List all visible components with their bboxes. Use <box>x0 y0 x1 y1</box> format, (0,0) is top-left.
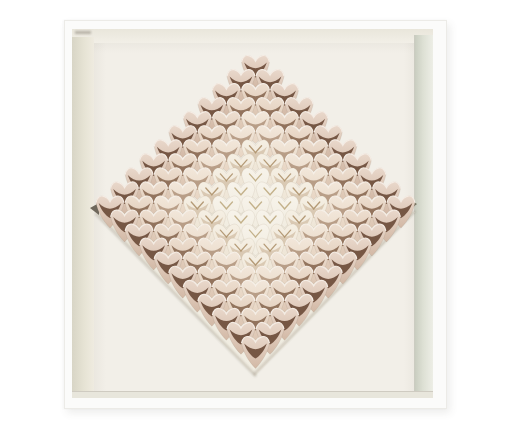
recess-corner-notch-left <box>90 203 99 215</box>
frame-inner-wall-bottom <box>72 391 433 398</box>
recess-corner-notch-right <box>408 199 417 211</box>
frame-inner-wall-left <box>72 37 94 395</box>
corner-shadow <box>75 31 91 34</box>
frame-inner-wall-right <box>414 35 433 393</box>
frame-inner-wall-top <box>72 29 433 43</box>
photo-stage <box>0 0 509 422</box>
